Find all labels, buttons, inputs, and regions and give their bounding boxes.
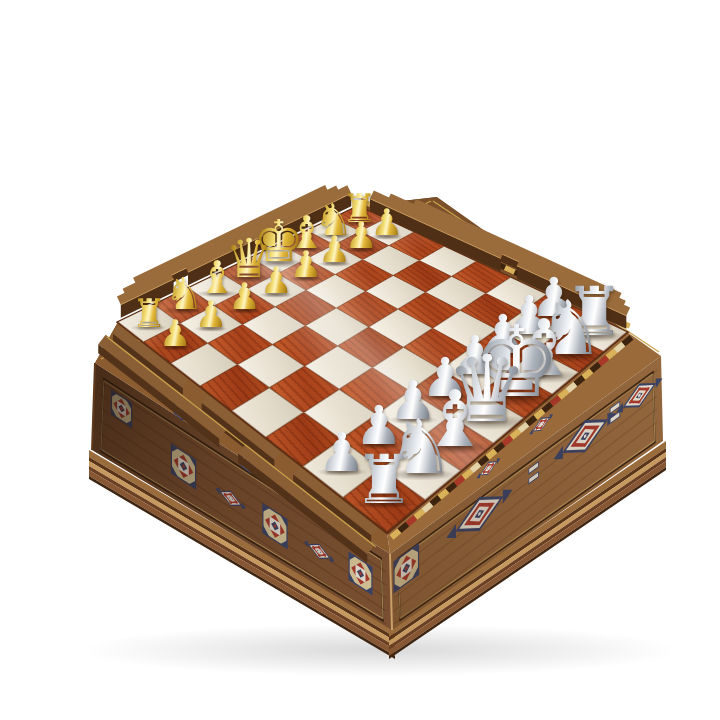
chess-set-photo: ♜♞♝♛♚♝♞♜♟♟♟♟♟♟♟♟♟♟♟♟♟♟♟♟♜♞♝♛♚♝♞♜: [0, 0, 720, 720]
